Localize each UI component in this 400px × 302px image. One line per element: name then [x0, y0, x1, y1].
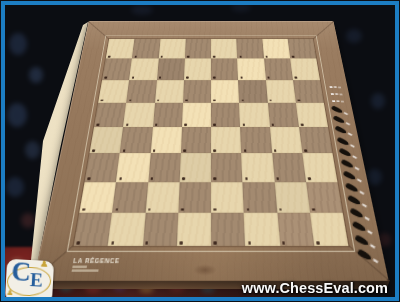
square-e7[interactable]: [211, 59, 238, 80]
square-f2[interactable]: [243, 182, 277, 213]
square-h6[interactable]: [293, 80, 324, 103]
square-e1[interactable]: [211, 213, 245, 246]
board-grid: [74, 39, 349, 246]
frame-mitre: [313, 21, 334, 39]
square-f3[interactable]: [241, 153, 274, 181]
rug-motif: [7, 103, 27, 127]
square-c1[interactable]: [142, 213, 178, 246]
square-g3[interactable]: [272, 153, 306, 181]
square-g2[interactable]: [274, 182, 310, 213]
square-b4[interactable]: [120, 127, 153, 153]
rug-motif: [25, 141, 40, 159]
rug-motif: [371, 93, 385, 109]
square-b3[interactable]: [116, 153, 150, 181]
square-f6[interactable]: [238, 80, 267, 103]
brand-name: LA RÉGENCE: [73, 258, 120, 264]
square-c6[interactable]: [155, 80, 184, 103]
stored-piece-peg: [345, 183, 358, 193]
frame-mitre: [88, 21, 109, 39]
square-a7[interactable]: [102, 59, 132, 80]
chess-board: LA RÉGENCE: [33, 21, 388, 281]
logo-letter-c: C: [11, 259, 32, 286]
square-g7[interactable]: [264, 59, 293, 80]
stored-piece-peg: [352, 221, 366, 232]
square-h4[interactable]: [299, 127, 333, 153]
square-f8[interactable]: [236, 39, 263, 59]
stored-piece-peg: [333, 116, 345, 124]
square-b7[interactable]: [129, 59, 158, 80]
square-a2[interactable]: [79, 182, 116, 213]
logo-letter-e: E: [30, 270, 44, 290]
square-b8[interactable]: [132, 39, 160, 59]
stored-piece-peg: [331, 106, 343, 114]
frame-printed-mark: [330, 93, 333, 94]
square-b2[interactable]: [112, 182, 148, 213]
stored-piece-peg: [349, 208, 363, 219]
rug-motif: [367, 169, 382, 185]
square-b5[interactable]: [123, 103, 154, 127]
stored-piece-peg: [337, 137, 349, 146]
square-c2[interactable]: [145, 182, 179, 213]
square-c3[interactable]: [148, 153, 181, 181]
stored-piece-peg: [343, 170, 356, 180]
square-g5[interactable]: [267, 103, 298, 127]
square-h1[interactable]: [310, 213, 349, 246]
chesseval-logo: C E ♟ ♟: [5, 259, 54, 302]
rug-motif: [29, 67, 43, 83]
rug-motif: [231, 3, 251, 12]
square-h8[interactable]: [287, 39, 316, 59]
rug-motif: [346, 29, 362, 43]
square-f1[interactable]: [244, 213, 280, 246]
square-c8[interactable]: [158, 39, 185, 59]
rug-motif: [131, 5, 153, 15]
stored-piece-peg: [354, 235, 368, 247]
stored-piece-peg: [335, 126, 347, 135]
watermark-url[interactable]: www.ChessEval.com: [242, 280, 388, 296]
square-d8[interactable]: [185, 39, 211, 59]
square-c7[interactable]: [157, 59, 185, 80]
rug-motif: [9, 33, 27, 55]
square-e6[interactable]: [211, 80, 239, 103]
square-f4[interactable]: [240, 127, 272, 153]
square-e4[interactable]: [211, 127, 241, 153]
square-a4[interactable]: [89, 127, 123, 153]
stored-piece-peg: [347, 195, 360, 205]
square-g1[interactable]: [277, 213, 314, 246]
square-d4[interactable]: [181, 127, 211, 153]
square-d3[interactable]: [179, 153, 211, 181]
stored-piece-peg: [338, 148, 350, 157]
wood-knot: [193, 264, 217, 275]
square-c5[interactable]: [153, 103, 183, 127]
brand-subline: [72, 270, 99, 272]
square-g8[interactable]: [262, 39, 290, 59]
square-g6[interactable]: [265, 80, 295, 103]
stored-piece-peg: [341, 159, 354, 168]
square-e3[interactable]: [211, 153, 243, 181]
square-b1[interactable]: [108, 213, 145, 246]
square-a6[interactable]: [98, 80, 129, 103]
square-d1[interactable]: [177, 213, 211, 246]
pawn-icon: ♟: [40, 259, 49, 269]
board-brand-print: LA RÉGENCE: [72, 258, 120, 272]
square-a5[interactable]: [94, 103, 126, 127]
square-c4[interactable]: [150, 127, 182, 153]
square-g4[interactable]: [270, 127, 303, 153]
frame-printed-mark: [332, 101, 335, 102]
square-h7[interactable]: [290, 59, 320, 80]
square-e8[interactable]: [211, 39, 237, 59]
square-a3[interactable]: [85, 153, 120, 181]
square-f7[interactable]: [237, 59, 265, 80]
square-d2[interactable]: [178, 182, 211, 213]
rug-motif: [6, 177, 24, 197]
square-h3[interactable]: [302, 153, 337, 181]
square-d7[interactable]: [184, 59, 211, 80]
square-d5[interactable]: [182, 103, 211, 127]
frame-printed-mark: [329, 86, 332, 87]
square-f5[interactable]: [239, 103, 269, 127]
brand-subline: [72, 266, 87, 268]
square-b6[interactable]: [126, 80, 156, 103]
pawn-icon: ♟: [6, 289, 14, 297]
square-a1[interactable]: [74, 213, 113, 246]
square-d6[interactable]: [183, 80, 211, 103]
square-e5[interactable]: [211, 103, 240, 127]
rug-motif: [21, 213, 35, 228]
square-a8[interactable]: [106, 39, 135, 59]
photo-canvas: LA RÉGENCE C E ♟ ♟ www.ChessEval.com: [0, 0, 400, 302]
square-h5[interactable]: [296, 103, 328, 127]
square-h2[interactable]: [306, 182, 343, 213]
square-e2[interactable]: [211, 182, 244, 213]
